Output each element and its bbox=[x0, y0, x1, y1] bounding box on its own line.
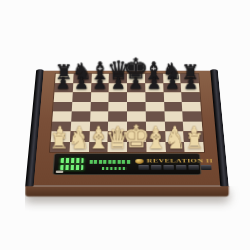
square-b7[interactable]: ♟ bbox=[73, 83, 91, 92]
lcd-text-line bbox=[90, 160, 132, 164]
square-h6[interactable] bbox=[181, 92, 200, 101]
lcd-text-display bbox=[89, 158, 131, 170]
square-h4[interactable] bbox=[182, 111, 201, 121]
panel-button-6[interactable] bbox=[200, 165, 211, 170]
panel-button-4[interactable] bbox=[175, 165, 186, 170]
square-b5[interactable] bbox=[72, 102, 91, 112]
right-rail bbox=[210, 69, 229, 188]
square-d5[interactable] bbox=[109, 102, 127, 112]
lcd-clock-display bbox=[58, 156, 86, 171]
left-rail bbox=[25, 69, 44, 188]
piece-black-pawn[interactable]: ♟ bbox=[165, 76, 180, 92]
piece-black-pawn[interactable]: ♟ bbox=[147, 76, 162, 92]
product-title: REVELATION II bbox=[147, 158, 214, 164]
piece-black-pawn[interactable]: ♟ bbox=[74, 76, 89, 92]
square-g4[interactable] bbox=[164, 111, 183, 121]
square-c7[interactable]: ♟ bbox=[91, 83, 109, 92]
piece-black-pawn[interactable]: ♟ bbox=[111, 76, 126, 92]
square-f1[interactable]: ♝ bbox=[146, 142, 165, 152]
square-h5[interactable] bbox=[182, 102, 201, 112]
piece-white-knight[interactable]: ♞ bbox=[164, 127, 186, 152]
square-c5[interactable] bbox=[90, 102, 109, 112]
panel-button-row bbox=[138, 165, 211, 170]
square-c6[interactable] bbox=[90, 92, 108, 101]
piece-white-rook[interactable]: ♜ bbox=[50, 131, 69, 153]
square-g7[interactable]: ♟ bbox=[163, 83, 181, 92]
square-a5[interactable] bbox=[53, 102, 72, 112]
board-frame: ♜♞♝♛♚♝♞♜♟♟♟♟♟♟♟♟♟♟♟♟♟♟♟♟♜♞♝♛♚♝♞♜ REVELAT… bbox=[28, 71, 225, 186]
square-e7[interactable]: ♟ bbox=[127, 83, 145, 92]
square-e5[interactable] bbox=[127, 102, 145, 112]
piece-black-pawn[interactable]: ♟ bbox=[183, 76, 198, 92]
panel-button-5[interactable] bbox=[188, 165, 199, 170]
piece-black-pawn[interactable]: ♟ bbox=[92, 76, 107, 92]
panel-button-2[interactable] bbox=[150, 165, 161, 170]
control-panel: REVELATION II bbox=[53, 153, 202, 175]
square-g1[interactable]: ♞ bbox=[165, 142, 185, 152]
piece-white-rook[interactable]: ♜ bbox=[185, 131, 204, 153]
panel-button-3[interactable] bbox=[163, 165, 174, 170]
square-a4[interactable] bbox=[52, 111, 71, 121]
lcd-text-line bbox=[102, 167, 127, 170]
square-c4[interactable] bbox=[90, 111, 109, 121]
piece-black-pawn[interactable]: ♟ bbox=[129, 76, 144, 92]
product-photo: ♜♞♝♛♚♝♞♜♟♟♟♟♟♟♟♟♟♟♟♟♟♟♟♟♜♞♝♛♚♝♞♜ REVELAT… bbox=[0, 0, 250, 250]
square-d6[interactable] bbox=[109, 92, 127, 101]
square-h1[interactable]: ♜ bbox=[184, 142, 204, 152]
brand-block: REVELATION II bbox=[135, 158, 214, 170]
chess-board: ♜♞♝♛♚♝♞♜♟♟♟♟♟♟♟♟♟♟♟♟♟♟♟♟♜♞♝♛♚♝♞♜ bbox=[50, 74, 204, 152]
lcd-segment-row bbox=[61, 158, 84, 163]
square-f5[interactable] bbox=[145, 102, 164, 112]
square-b4[interactable] bbox=[71, 111, 90, 121]
square-f7[interactable]: ♟ bbox=[145, 83, 163, 92]
square-a6[interactable] bbox=[54, 92, 73, 101]
phoenix-logo-icon bbox=[135, 158, 143, 163]
board-front-edge bbox=[25, 186, 228, 197]
square-a7[interactable]: ♟ bbox=[54, 83, 73, 92]
perspective-scene: ♜♞♝♛♚♝♞♜♟♟♟♟♟♟♟♟♟♟♟♟♟♟♟♟♜♞♝♛♚♝♞♜ REVELAT… bbox=[0, 0, 250, 250]
square-h7[interactable]: ♟ bbox=[181, 83, 200, 92]
square-f6[interactable] bbox=[145, 92, 163, 101]
panel-button-1[interactable] bbox=[138, 165, 148, 170]
square-e6[interactable] bbox=[127, 92, 145, 101]
square-b6[interactable] bbox=[72, 92, 91, 101]
square-g6[interactable] bbox=[163, 92, 182, 101]
lcd-segment-row bbox=[60, 165, 83, 170]
square-d7[interactable]: ♟ bbox=[109, 83, 127, 92]
square-g5[interactable] bbox=[164, 102, 183, 112]
piece-black-pawn[interactable]: ♟ bbox=[56, 76, 71, 92]
